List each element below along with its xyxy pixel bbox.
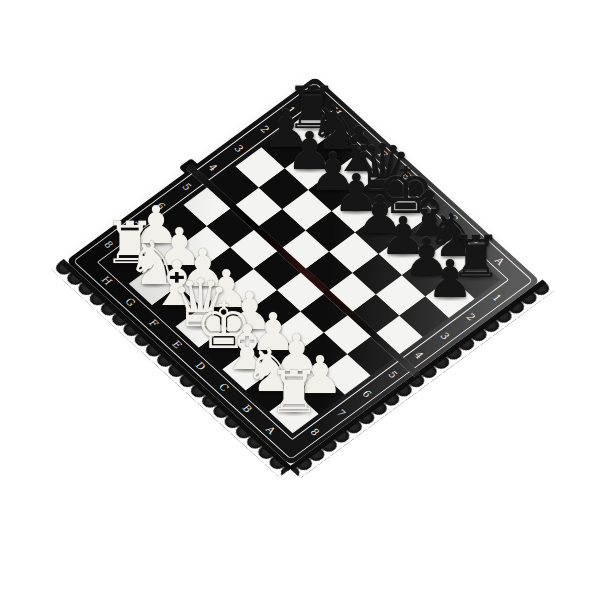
rank-label-right-4: 4 (413, 350, 426, 360)
black-pawn[interactable]: ♟ (427, 253, 474, 305)
white-rook[interactable]: ♜ (268, 363, 320, 421)
rank-label-right-6: 6 (361, 388, 374, 398)
rank-label-right-3: 3 (439, 331, 452, 341)
file-label-near-a: A (264, 425, 277, 436)
rank-label-right-7: 7 (335, 408, 348, 418)
rank-label-left-3: 3 (233, 143, 246, 153)
rank-label-left-5: 5 (181, 182, 194, 192)
file-label-near-b: B (240, 403, 254, 414)
product-photo-scene: HHGGFFEEDDCCBBAA1122334455667788 ♜♞♝♚♛♝♞… (0, 0, 600, 600)
rank-label-right-1: 1 (491, 292, 504, 302)
rank-label-right-8: 8 (309, 427, 322, 437)
rank-label-right-2: 2 (465, 312, 478, 322)
rank-label-right-5: 5 (387, 369, 400, 379)
rank-label-left-4: 4 (207, 162, 220, 172)
file-label-near-h: H (99, 275, 114, 287)
